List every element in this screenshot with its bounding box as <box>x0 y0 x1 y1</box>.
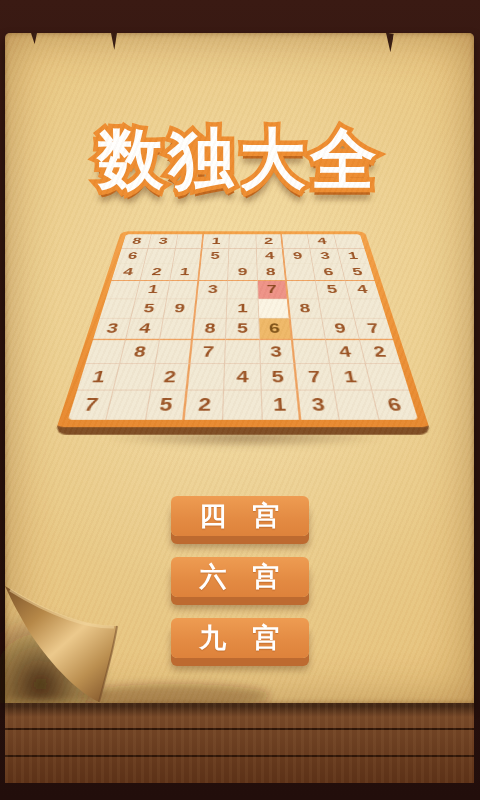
cell-value: 8 <box>132 343 147 361</box>
cell-r6c6: 6 <box>259 319 293 341</box>
cell-r4c6: 7 <box>258 281 289 299</box>
cell-r3c1: 4 <box>111 264 144 281</box>
cell-value: 6 <box>126 250 138 261</box>
cell-r4c2: 1 <box>136 281 170 299</box>
cell-r1c1: 8 <box>122 234 152 248</box>
cell-value: 4 <box>137 321 151 337</box>
cell-value: 5 <box>210 250 220 261</box>
cell-value: 5 <box>271 367 284 386</box>
paper-tear <box>384 33 394 53</box>
cell-value: 2 <box>162 367 177 386</box>
paper-tear <box>31 33 37 44</box>
cell-value: 4 <box>356 283 370 296</box>
cell-r9c4: 2 <box>185 391 225 420</box>
cell-r4c5 <box>228 281 258 299</box>
cell-value: 5 <box>158 394 174 416</box>
cell-r2c9: 1 <box>337 249 369 264</box>
cell-r5c8 <box>319 299 354 319</box>
cell-r3c7 <box>285 264 316 281</box>
cell-r7c4: 7 <box>190 340 226 364</box>
cell-r7c6: 3 <box>260 340 296 364</box>
cell-r1c8: 4 <box>308 234 337 248</box>
cell-r9c2 <box>107 391 151 420</box>
cell-r1c4: 1 <box>203 234 230 248</box>
cell-r6c4: 8 <box>193 319 227 341</box>
cell-r8c5: 4 <box>225 364 262 390</box>
cell-r8c2 <box>114 364 155 390</box>
cell-r4c7 <box>287 281 319 299</box>
cell-r3c3: 1 <box>170 264 201 281</box>
cell-value: 5 <box>237 321 248 337</box>
cell-r4c9: 4 <box>345 281 380 299</box>
main-menu: 四宫 六宫 九宫 <box>5 496 474 658</box>
cell-r8c7: 7 <box>296 364 336 390</box>
cell-value: 7 <box>307 367 322 386</box>
wood-shelf <box>5 703 474 783</box>
cell-r2c6: 4 <box>256 249 285 264</box>
cell-r4c1 <box>106 281 141 299</box>
cell-r9c9: 6 <box>372 391 418 420</box>
cell-value: 8 <box>299 301 312 316</box>
cell-value: 5 <box>326 283 339 296</box>
cell-value: 4 <box>337 343 352 361</box>
cell-value: 2 <box>151 266 163 278</box>
cell-value: 4 <box>317 236 328 247</box>
cell-r6c7 <box>291 319 327 341</box>
cell-value: 3 <box>319 250 331 261</box>
cell-value: 1 <box>342 367 358 386</box>
cell-r4c4: 3 <box>197 281 228 299</box>
cell-r9c7: 3 <box>298 391 340 420</box>
cell-r7c2: 8 <box>120 340 159 364</box>
cell-r1c6: 2 <box>256 234 284 248</box>
cell-value: 8 <box>204 321 216 337</box>
cell-r3c9: 5 <box>341 264 374 281</box>
cell-value: 1 <box>179 266 190 278</box>
cell-r8c3: 2 <box>151 364 191 390</box>
cell-value: 6 <box>385 394 404 416</box>
cell-r5c4 <box>195 299 228 319</box>
cell-r5c9 <box>350 299 387 319</box>
cell-r2c7: 9 <box>283 249 313 264</box>
cell-r5c3: 9 <box>163 299 197 319</box>
cell-r1c5 <box>229 234 256 248</box>
cell-r4c8: 5 <box>316 281 350 299</box>
cell-r9c5 <box>224 391 263 420</box>
cell-r1c3 <box>176 234 204 248</box>
cell-r2c4: 5 <box>201 249 230 264</box>
cell-value: 5 <box>351 266 364 278</box>
cell-r5c1 <box>100 299 137 319</box>
cell-r7c9: 2 <box>360 340 401 364</box>
cell-r3c8: 6 <box>313 264 345 281</box>
cell-value: 1 <box>211 236 221 247</box>
cell-r2c3 <box>173 249 203 264</box>
cell-r7c5 <box>225 340 260 364</box>
cell-r6c5: 5 <box>226 319 259 341</box>
cell-r2c2 <box>145 249 176 264</box>
cell-r3c2: 2 <box>141 264 173 281</box>
curl-cast-shadow <box>80 684 270 703</box>
cell-value: 9 <box>173 301 186 316</box>
cell-r9c3: 5 <box>146 391 188 420</box>
sudoku-grid: 8312465493142198651375459183485697873421… <box>68 234 418 419</box>
cell-r6c8: 9 <box>323 319 360 341</box>
cell-value: 9 <box>333 321 347 337</box>
six-grid-button-label: 六宫 <box>200 557 306 597</box>
cell-value: 1 <box>90 367 108 386</box>
cell-value: 8 <box>266 266 276 278</box>
cell-value: 3 <box>158 236 169 247</box>
cell-r9c6: 1 <box>261 391 301 420</box>
cell-r6c3 <box>160 319 196 341</box>
cell-value: 3 <box>270 343 283 361</box>
cell-r5c7: 8 <box>289 299 323 319</box>
cell-value: 4 <box>236 367 248 386</box>
cell-r1c9 <box>334 234 364 248</box>
cell-value: 9 <box>238 266 248 278</box>
cell-value: 4 <box>121 266 134 278</box>
cell-r6c2: 4 <box>126 319 163 341</box>
cell-r6c9: 7 <box>355 319 394 341</box>
nine-grid-button[interactable]: 九宫 <box>171 618 309 658</box>
four-grid-button-label: 四宫 <box>200 496 306 536</box>
cell-value: 3 <box>104 321 119 337</box>
cell-value: 6 <box>322 266 334 278</box>
cell-value: 1 <box>273 394 287 416</box>
sudoku-board: 8312465493142198651375459183485697873421… <box>54 231 431 434</box>
cell-r2c8: 3 <box>310 249 341 264</box>
cell-r4c3 <box>167 281 199 299</box>
cell-value: 7 <box>81 394 100 416</box>
app-title-text: 数独大全 <box>5 111 474 207</box>
cell-value: 7 <box>266 283 277 296</box>
cell-r8c4 <box>188 364 226 390</box>
cell-value: 7 <box>202 343 215 361</box>
cell-value: 3 <box>207 283 218 296</box>
six-grid-button[interactable]: 六宫 <box>171 557 309 597</box>
cell-r8c6: 5 <box>261 364 299 390</box>
cell-value: 4 <box>265 250 275 261</box>
cell-r7c7 <box>293 340 331 364</box>
cell-value: 9 <box>292 250 303 261</box>
cell-value: 6 <box>269 321 281 337</box>
cell-value: 3 <box>310 394 326 416</box>
cell-r3c6: 8 <box>257 264 287 281</box>
cell-value: 7 <box>366 321 381 337</box>
cell-value: 1 <box>146 283 159 296</box>
cell-value: 2 <box>264 236 274 247</box>
cell-r5c2: 5 <box>131 299 166 319</box>
nine-grid-button-label: 九宫 <box>200 618 306 658</box>
cell-value: 8 <box>131 236 143 247</box>
cell-r5c6 <box>258 299 291 319</box>
cell-r6c1: 3 <box>93 319 132 341</box>
cell-r2c1: 6 <box>117 249 149 264</box>
cell-value: 1 <box>347 250 359 261</box>
cell-r7c3 <box>155 340 193 364</box>
cell-r3c4 <box>199 264 229 281</box>
cell-value: 5 <box>142 301 156 316</box>
cell-r8c9 <box>366 364 409 390</box>
app-screen: 数独大全 数独大全 831246549314219865137545918348… <box>0 0 480 800</box>
cell-value: 2 <box>372 343 388 361</box>
cell-value: 2 <box>197 394 211 416</box>
paper-tear <box>111 33 117 50</box>
cell-r2c5 <box>229 249 257 264</box>
cell-r3c5: 9 <box>228 264 257 281</box>
parchment-background: 数独大全 数独大全 831246549314219865137545918348… <box>5 33 474 703</box>
cell-r1c2: 3 <box>149 234 178 248</box>
cell-r5c5: 1 <box>227 299 259 319</box>
four-grid-button[interactable]: 四宫 <box>171 496 309 536</box>
cell-r1c7 <box>282 234 310 248</box>
cell-value: 1 <box>237 301 248 316</box>
app-title: 数独大全 数独大全 <box>5 111 474 207</box>
